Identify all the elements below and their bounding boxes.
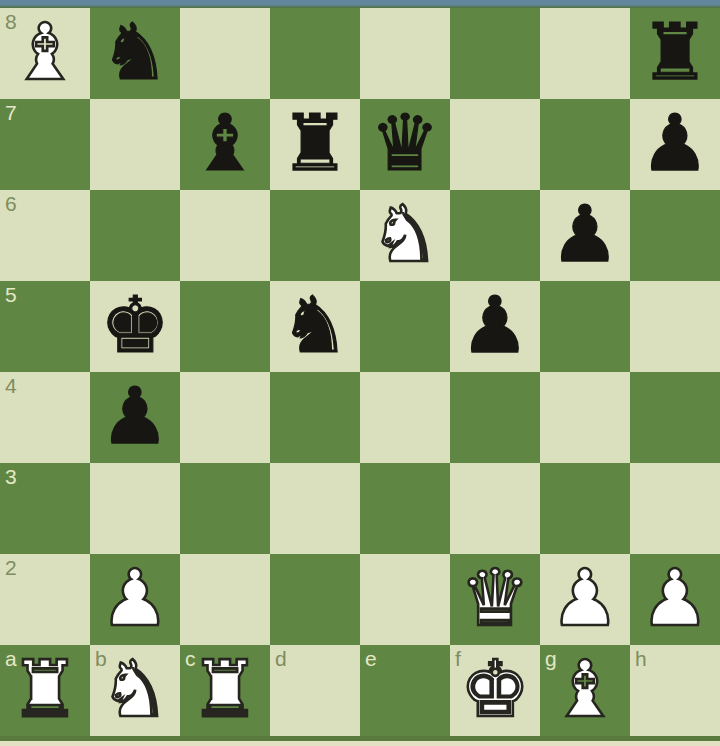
square-e6[interactable]: ♞ (360, 190, 450, 281)
square-f4[interactable] (450, 372, 540, 463)
file-label-g: g (545, 646, 557, 672)
piece-black-rook[interactable]: ♜ (280, 99, 350, 189)
square-b2[interactable]: ♟ (90, 554, 180, 645)
square-f3[interactable] (450, 463, 540, 554)
square-g6[interactable]: ♟ (540, 190, 630, 281)
file-label-b: b (95, 646, 107, 672)
piece-black-pawn[interactable]: ♟ (100, 372, 170, 462)
square-a8[interactable]: 8♝ (0, 8, 90, 99)
piece-white-bishop[interactable]: ♝ (550, 645, 620, 735)
piece-white-rook[interactable]: ♜ (190, 645, 260, 735)
square-f1[interactable]: f♚ (450, 645, 540, 736)
square-h4[interactable] (630, 372, 720, 463)
square-c5[interactable] (180, 281, 270, 372)
square-g2[interactable]: ♟ (540, 554, 630, 645)
square-d5[interactable]: ♞ (270, 281, 360, 372)
piece-white-knight[interactable]: ♞ (100, 645, 170, 735)
rank-label-8: 8 (5, 9, 17, 35)
piece-white-bishop[interactable]: ♝ (10, 8, 80, 98)
bottom-panel-edge (0, 741, 720, 746)
square-g4[interactable] (540, 372, 630, 463)
square-b7[interactable] (90, 99, 180, 190)
square-f7[interactable] (450, 99, 540, 190)
square-g7[interactable] (540, 99, 630, 190)
square-c4[interactable] (180, 372, 270, 463)
square-h1[interactable]: h (630, 645, 720, 736)
file-label-h: h (635, 646, 647, 672)
square-d1[interactable]: d (270, 645, 360, 736)
square-f6[interactable] (450, 190, 540, 281)
square-b6[interactable] (90, 190, 180, 281)
file-label-e: e (365, 646, 377, 672)
piece-black-pawn[interactable]: ♟ (460, 281, 530, 371)
piece-white-pawn[interactable]: ♟ (550, 554, 620, 644)
square-c8[interactable] (180, 8, 270, 99)
square-h6[interactable] (630, 190, 720, 281)
square-d4[interactable] (270, 372, 360, 463)
rank-label-2: 2 (5, 555, 17, 581)
square-c7[interactable]: ♝ (180, 99, 270, 190)
chess-app-screen: 8♝♞♜7♝♜♛♟6♞♟5♚♞♟4♟32♟♛♟♟a♜b♞c♜def♚g♝h (0, 0, 720, 746)
rank-label-5: 5 (5, 282, 17, 308)
square-g1[interactable]: g♝ (540, 645, 630, 736)
piece-white-knight[interactable]: ♞ (370, 190, 440, 280)
square-a5[interactable]: 5 (0, 281, 90, 372)
square-a7[interactable]: 7 (0, 99, 90, 190)
file-label-d: d (275, 646, 287, 672)
square-a2[interactable]: 2 (0, 554, 90, 645)
square-b4[interactable]: ♟ (90, 372, 180, 463)
square-e4[interactable] (360, 372, 450, 463)
file-label-c: c (185, 646, 196, 672)
square-b3[interactable] (90, 463, 180, 554)
square-h8[interactable]: ♜ (630, 8, 720, 99)
square-b1[interactable]: b♞ (90, 645, 180, 736)
square-d2[interactable] (270, 554, 360, 645)
square-f8[interactable] (450, 8, 540, 99)
piece-white-rook[interactable]: ♜ (10, 645, 80, 735)
square-f5[interactable]: ♟ (450, 281, 540, 372)
top-status-bar (0, 0, 720, 8)
square-h5[interactable] (630, 281, 720, 372)
square-e1[interactable]: e (360, 645, 450, 736)
square-h3[interactable] (630, 463, 720, 554)
piece-black-knight[interactable]: ♞ (100, 8, 170, 98)
square-a3[interactable]: 3 (0, 463, 90, 554)
square-g5[interactable] (540, 281, 630, 372)
rank-label-3: 3 (5, 464, 17, 490)
square-e5[interactable] (360, 281, 450, 372)
piece-black-king[interactable]: ♚ (100, 281, 170, 371)
square-a4[interactable]: 4 (0, 372, 90, 463)
square-a1[interactable]: a♜ (0, 645, 90, 736)
square-h7[interactable]: ♟ (630, 99, 720, 190)
file-label-a: a (5, 646, 17, 672)
square-d6[interactable] (270, 190, 360, 281)
piece-black-rook[interactable]: ♜ (640, 8, 710, 98)
square-e3[interactable] (360, 463, 450, 554)
square-e7[interactable]: ♛ (360, 99, 450, 190)
square-e2[interactable] (360, 554, 450, 645)
piece-black-pawn[interactable]: ♟ (550, 190, 620, 280)
square-b8[interactable]: ♞ (90, 8, 180, 99)
square-f2[interactable]: ♛ (450, 554, 540, 645)
piece-white-queen[interactable]: ♛ (460, 554, 530, 644)
square-d8[interactable] (270, 8, 360, 99)
rank-label-4: 4 (5, 373, 17, 399)
square-c1[interactable]: c♜ (180, 645, 270, 736)
square-c6[interactable] (180, 190, 270, 281)
piece-black-bishop[interactable]: ♝ (190, 99, 260, 189)
square-c2[interactable] (180, 554, 270, 645)
square-e8[interactable] (360, 8, 450, 99)
file-label-f: f (455, 646, 461, 672)
square-a6[interactable]: 6 (0, 190, 90, 281)
square-g3[interactable] (540, 463, 630, 554)
piece-black-queen[interactable]: ♛ (370, 99, 440, 189)
piece-black-knight[interactable]: ♞ (280, 281, 350, 371)
piece-white-king[interactable]: ♚ (460, 645, 530, 735)
piece-white-pawn[interactable]: ♟ (640, 554, 710, 644)
chess-board[interactable]: 8♝♞♜7♝♜♛♟6♞♟5♚♞♟4♟32♟♛♟♟a♜b♞c♜def♚g♝h (0, 8, 720, 736)
square-d3[interactable] (270, 463, 360, 554)
square-h2[interactable]: ♟ (630, 554, 720, 645)
square-d7[interactable]: ♜ (270, 99, 360, 190)
rank-label-6: 6 (5, 191, 17, 217)
piece-black-pawn[interactable]: ♟ (640, 99, 710, 189)
square-g8[interactable] (540, 8, 630, 99)
square-c3[interactable] (180, 463, 270, 554)
square-b5[interactable]: ♚ (90, 281, 180, 372)
rank-label-7: 7 (5, 100, 17, 126)
piece-white-pawn[interactable]: ♟ (100, 554, 170, 644)
